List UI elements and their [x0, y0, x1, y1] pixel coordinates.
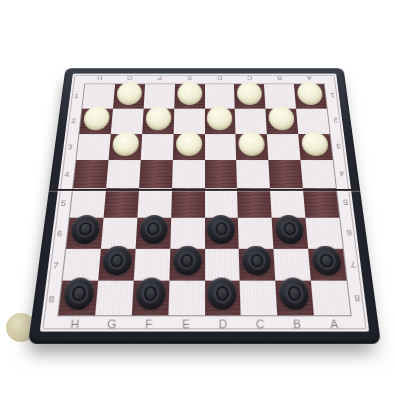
square-D2[interactable] — [205, 108, 236, 133]
square-D6[interactable] — [205, 218, 240, 249]
white-checker[interactable] — [83, 106, 111, 130]
square-G2[interactable] — [111, 108, 144, 133]
black-checker[interactable] — [242, 246, 272, 276]
square-G4[interactable] — [106, 160, 140, 188]
square-G5[interactable] — [103, 188, 138, 217]
file-label: F — [144, 74, 174, 84]
square-E2[interactable] — [173, 108, 204, 133]
square-E8[interactable] — [168, 281, 204, 315]
file-label: B — [264, 74, 295, 84]
white-checker[interactable] — [297, 82, 324, 105]
square-F2[interactable] — [142, 108, 174, 133]
square-F1[interactable] — [143, 84, 174, 108]
square-A1[interactable] — [294, 84, 327, 108]
square-C4[interactable] — [237, 160, 271, 188]
file-label: D — [205, 74, 235, 84]
file-label: C — [241, 316, 279, 331]
black-checker[interactable] — [275, 215, 305, 244]
square-H3[interactable] — [76, 134, 110, 161]
white-checker[interactable] — [237, 82, 263, 105]
square-H6[interactable] — [66, 218, 103, 249]
square-E4[interactable] — [172, 160, 205, 188]
file-label: H — [84, 74, 115, 84]
square-D8[interactable] — [205, 281, 241, 315]
square-B8[interactable] — [276, 281, 314, 315]
square-D1[interactable] — [205, 84, 236, 108]
square-H4[interactable] — [73, 160, 108, 188]
white-checker[interactable] — [177, 82, 202, 105]
square-C2[interactable] — [235, 108, 267, 133]
square-B1[interactable] — [264, 84, 296, 108]
white-checker[interactable] — [116, 82, 142, 105]
square-H2[interactable] — [79, 108, 112, 133]
square-A2[interactable] — [296, 108, 329, 133]
square-F4[interactable] — [139, 160, 173, 188]
square-C3[interactable] — [236, 134, 269, 161]
square-B3[interactable] — [267, 134, 301, 161]
square-F8[interactable] — [132, 281, 169, 315]
square-A8[interactable] — [311, 281, 350, 315]
black-checker[interactable] — [208, 215, 236, 244]
square-H7[interactable] — [62, 248, 100, 281]
white-checker[interactable] — [175, 131, 201, 156]
square-E3[interactable] — [172, 134, 204, 161]
square-A4[interactable] — [301, 160, 336, 188]
white-checker[interactable] — [239, 131, 266, 156]
square-C7[interactable] — [239, 248, 275, 281]
square-B5[interactable] — [270, 188, 305, 217]
file-label: B — [278, 316, 316, 331]
file-label: D — [205, 316, 242, 331]
square-E7[interactable] — [169, 248, 205, 281]
white-checker[interactable] — [112, 131, 140, 156]
square-C1[interactable] — [234, 84, 265, 108]
black-checker[interactable] — [135, 278, 166, 310]
file-label: G — [93, 316, 131, 331]
square-D5[interactable] — [205, 188, 239, 217]
black-checker[interactable] — [311, 246, 343, 276]
square-G8[interactable] — [95, 281, 133, 315]
square-C6[interactable] — [238, 218, 273, 249]
board-grid — [57, 84, 351, 317]
square-D7[interactable] — [205, 248, 241, 281]
board-mat: HGFEDCBA HGFEDCBA 12345678 12345678 — [40, 74, 369, 332]
square-F3[interactable] — [140, 134, 173, 161]
black-checker[interactable] — [279, 278, 311, 310]
square-E5[interactable] — [171, 188, 205, 217]
square-A5[interactable] — [303, 188, 339, 217]
square-A6[interactable] — [306, 218, 343, 249]
white-checker[interactable] — [145, 106, 171, 130]
square-C8[interactable] — [240, 281, 277, 315]
square-G3[interactable] — [108, 134, 142, 161]
black-checker[interactable] — [70, 215, 101, 244]
square-C5[interactable] — [237, 188, 272, 217]
square-D4[interactable] — [205, 160, 238, 188]
photo-background: HGFEDCBA HGFEDCBA 12345678 12345678 — [0, 0, 395, 395]
white-checker[interactable] — [301, 131, 329, 156]
file-label: E — [167, 316, 204, 331]
square-H5[interactable] — [70, 188, 106, 217]
black-checker[interactable] — [62, 278, 95, 310]
white-checker[interactable] — [207, 106, 233, 130]
bottom-file-labels: HGFEDCBA — [56, 316, 354, 331]
square-B2[interactable] — [266, 108, 299, 133]
black-checker[interactable] — [139, 215, 168, 244]
top-file-labels: HGFEDCBA — [84, 74, 324, 84]
square-A7[interactable] — [308, 248, 346, 281]
square-G1[interactable] — [113, 84, 145, 108]
checkers-board: HGFEDCBA HGFEDCBA 12345678 12345678 — [28, 68, 381, 344]
file-label: F — [130, 316, 168, 331]
square-G7[interactable] — [98, 248, 135, 281]
square-A3[interactable] — [298, 134, 332, 161]
file-label: H — [56, 316, 95, 331]
black-checker[interactable] — [208, 278, 238, 310]
file-label: A — [315, 316, 354, 331]
square-F6[interactable] — [135, 218, 170, 249]
black-checker[interactable] — [102, 246, 133, 276]
square-H8[interactable] — [59, 281, 98, 315]
square-B7[interactable] — [274, 248, 311, 281]
folding-hinge-seam — [49, 189, 360, 191]
square-D3[interactable] — [205, 134, 237, 161]
square-B6[interactable] — [272, 218, 308, 249]
square-H1[interactable] — [82, 84, 115, 108]
square-F5[interactable] — [137, 188, 172, 217]
square-F7[interactable] — [133, 248, 169, 281]
white-checker[interactable] — [268, 106, 295, 130]
square-B4[interactable] — [269, 160, 303, 188]
square-G6[interactable] — [101, 218, 137, 249]
square-E1[interactable] — [174, 84, 205, 108]
black-checker[interactable] — [172, 246, 201, 276]
square-E6[interactable] — [170, 218, 205, 249]
